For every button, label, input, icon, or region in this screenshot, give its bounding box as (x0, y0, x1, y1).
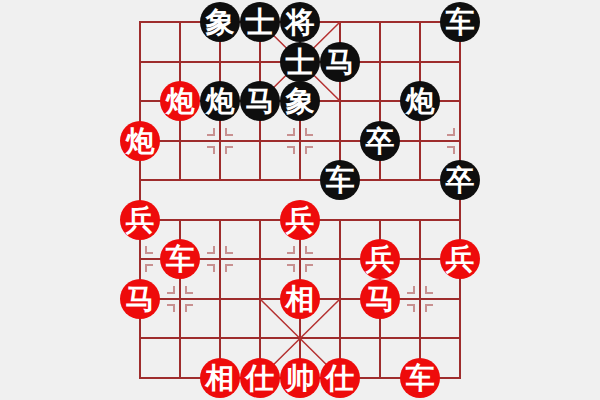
xiangqi-board: 象士将车士马炮炮马象炮炮卒车卒兵兵车兵兵马相马相仕帅仕车 (0, 0, 600, 400)
piece-black-advisor[interactable]: 士 (280, 42, 320, 82)
piece-black-pawn[interactable]: 卒 (360, 121, 400, 161)
piece-black-elephant[interactable]: 象 (280, 81, 320, 121)
piece-red-chariot[interactable]: 车 (160, 239, 200, 279)
piece-red-horse[interactable]: 马 (360, 279, 400, 319)
piece-black-horse[interactable]: 马 (320, 42, 360, 82)
piece-black-cannon[interactable]: 炮 (200, 81, 240, 121)
piece-black-chariot[interactable]: 车 (440, 2, 480, 42)
piece-black-elephant[interactable]: 象 (200, 2, 240, 42)
piece-black-advisor[interactable]: 士 (240, 2, 280, 42)
piece-red-pawn[interactable]: 兵 (360, 239, 400, 279)
piece-red-pawn[interactable]: 兵 (280, 200, 320, 240)
piece-black-general[interactable]: 将 (280, 2, 320, 42)
piece-red-advisor[interactable]: 仕 (320, 358, 360, 398)
piece-red-elephant[interactable]: 相 (280, 279, 320, 319)
piece-red-chariot[interactable]: 车 (400, 358, 440, 398)
piece-red-elephant[interactable]: 相 (200, 358, 240, 398)
piece-black-pawn[interactable]: 卒 (440, 160, 480, 200)
piece-red-horse[interactable]: 马 (120, 279, 160, 319)
piece-red-cannon[interactable]: 炮 (160, 81, 200, 121)
piece-red-cannon[interactable]: 炮 (120, 121, 160, 161)
piece-red-pawn[interactable]: 兵 (120, 200, 160, 240)
piece-black-horse[interactable]: 马 (240, 81, 280, 121)
piece-red-advisor[interactable]: 仕 (240, 358, 280, 398)
piece-red-pawn[interactable]: 兵 (440, 239, 480, 279)
piece-red-general[interactable]: 帅 (280, 358, 320, 398)
piece-black-cannon[interactable]: 炮 (400, 81, 440, 121)
piece-black-chariot[interactable]: 车 (320, 160, 360, 200)
